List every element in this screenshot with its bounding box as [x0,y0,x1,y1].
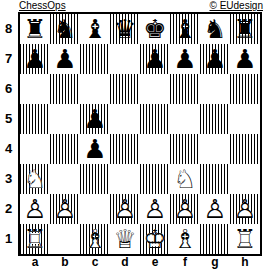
white-bishop-glyph: ♗ [170,224,200,254]
rank-label-1: 1 [0,224,17,254]
square-b6 [50,74,80,104]
page-header: ChessOps © EUdesign [19,0,263,12]
piece-black-bishop: ♝ [80,14,110,44]
file-label-d: d [110,256,140,269]
square-g5 [200,104,230,134]
square-c2 [80,194,110,224]
piece-white-bishop: ♝♗ [170,224,200,254]
square-b1 [50,224,80,254]
square-a3: ♞♘ [20,164,50,194]
square-c6 [80,74,110,104]
white-pawn-glyph: ♙ [140,194,170,224]
piece-white-pawn: ♟♙ [20,194,50,224]
file-labels: abcdefgh [20,256,260,269]
rank-labels: 87654321 [0,14,17,254]
file-label-h: h [230,256,260,269]
piece-white-pawn: ♟♙ [50,194,80,224]
white-knight-glyph: ♘ [20,164,50,194]
square-f7: ♟ [170,44,200,74]
square-g7: ♟ [200,44,230,74]
piece-black-pawn: ♟ [230,44,260,74]
square-h3 [230,164,260,194]
piece-white-pawn: ♟♙ [170,194,200,224]
square-f5 [170,104,200,134]
square-d5 [110,104,140,134]
square-g6 [200,74,230,104]
piece-black-pawn: ♟ [20,44,50,74]
square-a5 [20,104,50,134]
white-pawn-glyph: ♙ [110,194,140,224]
square-a6 [20,74,50,104]
square-f8: ♝ [170,14,200,44]
square-a4 [20,134,50,164]
rank-label-4: 4 [0,134,17,164]
piece-white-rook: ♜♖ [230,224,260,254]
piece-black-king: ♚ [140,14,170,44]
white-rook-glyph: ♖ [20,224,50,254]
piece-black-pawn: ♟ [140,44,170,74]
black-knight-glyph: ♞ [50,14,80,44]
file-label-f: f [170,256,200,269]
piece-black-rook: ♜ [230,14,260,44]
black-king-glyph: ♚ [140,14,170,44]
square-e3 [140,164,170,194]
square-d3 [110,164,140,194]
square-g4 [200,134,230,164]
piece-black-queen: ♛ [110,14,140,44]
piece-black-pawn: ♟ [200,44,230,74]
file-label-e: e [140,256,170,269]
piece-white-bishop: ♝♗ [80,224,110,254]
square-g3 [200,164,230,194]
square-e8: ♚ [140,14,170,44]
square-a2: ♟♙ [20,194,50,224]
square-e4 [140,134,170,164]
rank-label-8: 8 [0,14,17,44]
file-label-a: a [20,256,50,269]
black-pawn-glyph: ♟ [230,44,260,74]
square-d6 [110,74,140,104]
file-label-b: b [50,256,80,269]
square-c4: ♟ [80,134,110,164]
square-b5 [50,104,80,134]
square-f6 [170,74,200,104]
white-pawn-glyph: ♙ [200,194,230,224]
white-queen-glyph: ♕ [110,224,140,254]
file-label-g: g [200,256,230,269]
piece-white-pawn: ♟♙ [200,194,230,224]
black-pawn-glyph: ♟ [50,44,80,74]
piece-white-pawn: ♟♙ [140,194,170,224]
black-queen-glyph: ♛ [110,14,140,44]
black-rook-glyph: ♜ [20,14,50,44]
piece-black-pawn: ♟ [80,104,110,134]
square-e5 [140,104,170,134]
square-f4 [170,134,200,164]
white-rook-glyph: ♖ [230,224,260,254]
rank-label-6: 6 [0,74,17,104]
square-f1: ♝♗ [170,224,200,254]
piece-black-pawn: ♟ [80,134,110,164]
square-h6 [230,74,260,104]
square-d8: ♛ [110,14,140,44]
white-knight-glyph: ♘ [170,164,200,194]
white-pawn-glyph: ♙ [20,194,50,224]
square-b2: ♟♙ [50,194,80,224]
square-b7: ♟ [50,44,80,74]
square-a7: ♟ [20,44,50,74]
square-d1: ♛♕ [110,224,140,254]
square-e2: ♟♙ [140,194,170,224]
black-pawn-glyph: ♟ [170,44,200,74]
black-bishop-glyph: ♝ [170,14,200,44]
white-pawn-glyph: ♙ [230,194,260,224]
piece-black-pawn: ♟ [170,44,200,74]
square-b8: ♞ [50,14,80,44]
square-c3 [80,164,110,194]
square-f3: ♞♘ [170,164,200,194]
piece-black-pawn: ♟ [50,44,80,74]
piece-white-knight: ♞♘ [20,164,50,194]
square-b4 [50,134,80,164]
rank-label-2: 2 [0,194,17,224]
white-pawn-glyph: ♙ [50,194,80,224]
square-h5 [230,104,260,134]
square-h7: ♟ [230,44,260,74]
white-king-glyph: ♔ [140,224,170,254]
square-d4 [110,134,140,164]
square-b3 [50,164,80,194]
app-title-link[interactable]: ChessOps [19,0,66,11]
piece-white-king: ♚♔ [140,224,170,254]
square-h8: ♜ [230,14,260,44]
board-grid: ♜♞♝♛♚♝♞♜♟♟♟♟♟♟♟♟♞♘♞♘♟♙♟♙♟♙♟♙♟♙♟♙♟♙♜♖♝♗♛♕… [20,14,260,254]
piece-white-pawn: ♟♙ [110,194,140,224]
square-f2: ♟♙ [170,194,200,224]
black-pawn-glyph: ♟ [80,134,110,164]
black-pawn-glyph: ♟ [200,44,230,74]
square-a1: ♜♖ [20,224,50,254]
piece-white-knight: ♞♘ [170,164,200,194]
black-rook-glyph: ♜ [230,14,260,44]
black-bishop-glyph: ♝ [80,14,110,44]
chess-board: ♜♞♝♛♚♝♞♜♟♟♟♟♟♟♟♟♞♘♞♘♟♙♟♙♟♙♟♙♟♙♟♙♟♙♜♖♝♗♛♕… [18,12,262,256]
square-c5: ♟ [80,104,110,134]
square-g1 [200,224,230,254]
piece-white-pawn: ♟♙ [230,194,260,224]
rank-label-3: 3 [0,164,17,194]
square-c8: ♝ [80,14,110,44]
square-e7: ♟ [140,44,170,74]
square-d2: ♟♙ [110,194,140,224]
square-h2: ♟♙ [230,194,260,224]
black-knight-glyph: ♞ [200,14,230,44]
white-bishop-glyph: ♗ [80,224,110,254]
square-g2: ♟♙ [200,194,230,224]
square-g8: ♞ [200,14,230,44]
black-pawn-glyph: ♟ [20,44,50,74]
square-e1: ♚♔ [140,224,170,254]
white-pawn-glyph: ♙ [170,194,200,224]
square-c7 [80,44,110,74]
piece-black-knight: ♞ [50,14,80,44]
file-label-c: c [80,256,110,269]
piece-black-bishop: ♝ [170,14,200,44]
square-e6 [140,74,170,104]
piece-white-queen: ♛♕ [110,224,140,254]
square-c1: ♝♗ [80,224,110,254]
square-a8: ♜ [20,14,50,44]
black-pawn-glyph: ♟ [80,104,110,134]
square-h4 [230,134,260,164]
piece-black-rook: ♜ [20,14,50,44]
black-pawn-glyph: ♟ [140,44,170,74]
piece-black-knight: ♞ [200,14,230,44]
credit-link[interactable]: © EUdesign [209,0,263,11]
square-h1: ♜♖ [230,224,260,254]
rank-label-7: 7 [0,44,17,74]
piece-white-rook: ♜♖ [20,224,50,254]
rank-label-5: 5 [0,104,17,134]
square-d7 [110,44,140,74]
